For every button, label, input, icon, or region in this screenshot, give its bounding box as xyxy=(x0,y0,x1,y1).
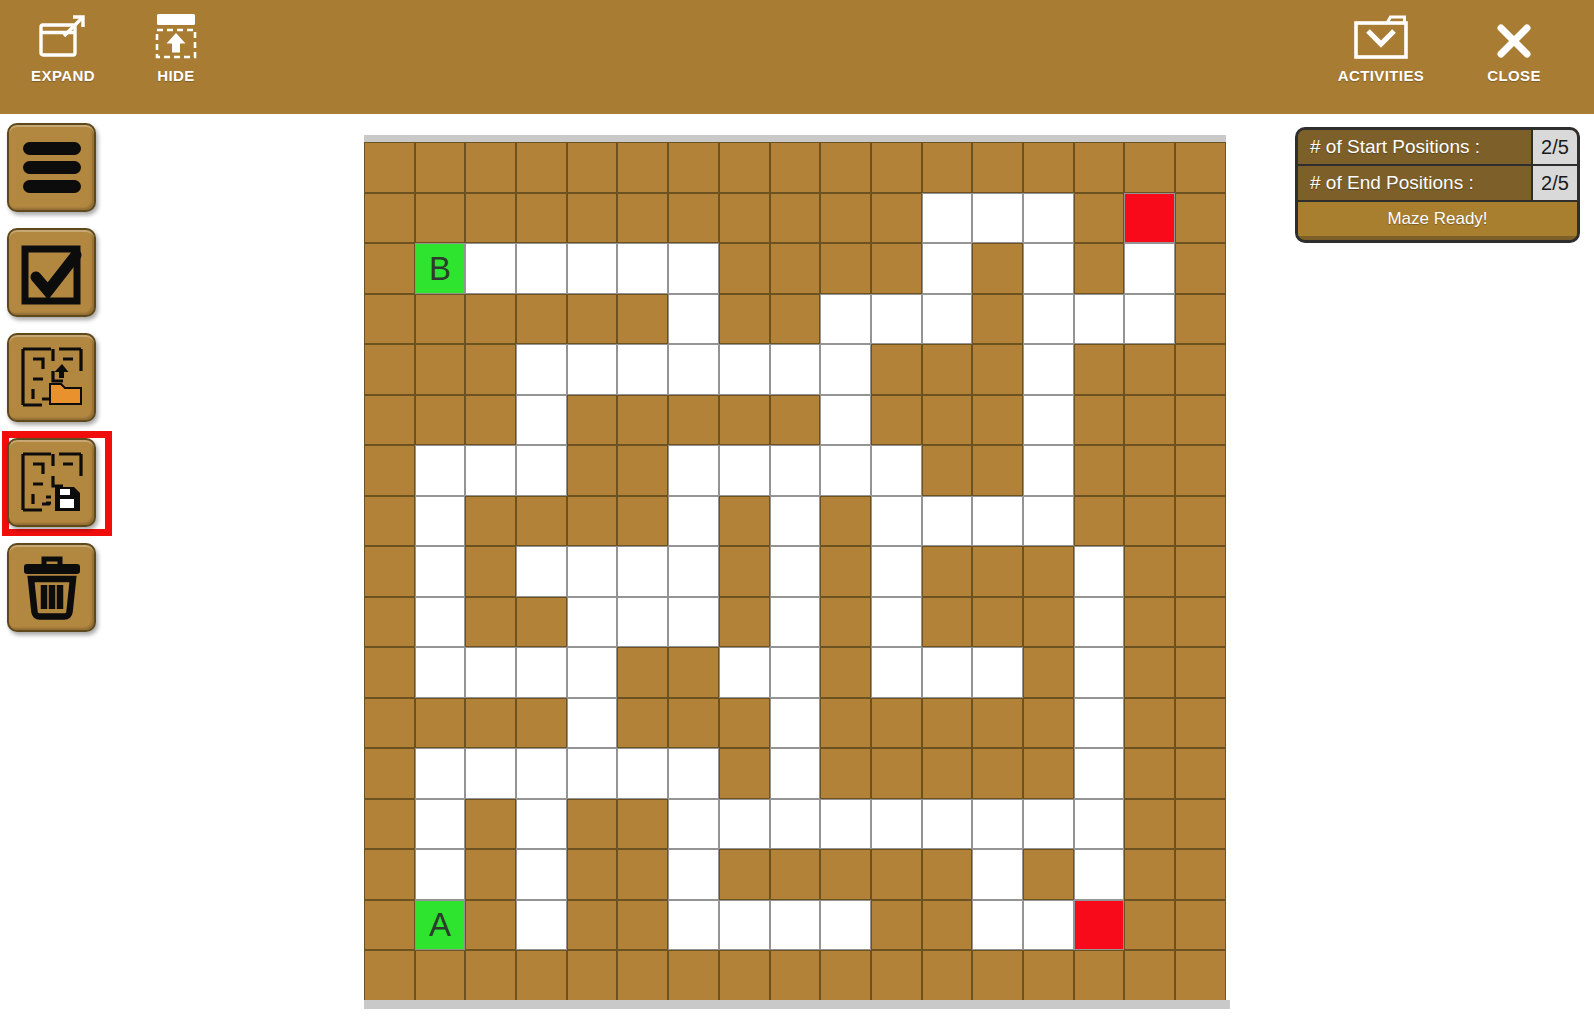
maze-cell-path[interactable] xyxy=(1074,748,1125,799)
maze-cell-wall[interactable] xyxy=(871,395,922,446)
maze-cell-wall[interactable] xyxy=(668,698,719,749)
maze-cell-wall[interactable] xyxy=(1124,395,1175,446)
maze-cell-wall[interactable] xyxy=(415,294,466,345)
maze-cell-wall[interactable] xyxy=(364,546,415,597)
maze-cell-path[interactable] xyxy=(770,647,821,698)
maze-cell-path[interactable] xyxy=(770,799,821,850)
maze-cell-wall[interactable] xyxy=(972,597,1023,648)
maze-cell-wall[interactable] xyxy=(1175,950,1226,1001)
maze-cell-wall[interactable] xyxy=(1175,647,1226,698)
maze-cell-path[interactable] xyxy=(567,546,618,597)
maze-cell-wall[interactable] xyxy=(1074,243,1125,294)
maze-cell-wall[interactable] xyxy=(364,799,415,850)
maze-cell-wall[interactable] xyxy=(922,698,973,749)
maze-cell-path[interactable] xyxy=(668,496,719,547)
maze-cell-wall[interactable] xyxy=(820,647,871,698)
maze-cell-wall[interactable] xyxy=(972,950,1023,1001)
maze-cell-wall[interactable] xyxy=(567,950,618,1001)
maze-cell-end[interactable] xyxy=(1124,193,1175,244)
maze-cell-path[interactable] xyxy=(871,496,922,547)
maze-cell-wall[interactable] xyxy=(1175,193,1226,244)
maze-cell-wall[interactable] xyxy=(364,647,415,698)
maze-cell-path[interactable] xyxy=(820,395,871,446)
maze-cell-path[interactable] xyxy=(922,243,973,294)
maze-cell-wall[interactable] xyxy=(1124,647,1175,698)
maze-cell-path[interactable] xyxy=(668,748,719,799)
maze-cell-wall[interactable] xyxy=(719,142,770,193)
maze-cell-wall[interactable] xyxy=(719,748,770,799)
maze-cell-wall[interactable] xyxy=(871,748,922,799)
maze-cell-path[interactable] xyxy=(770,748,821,799)
maze-cell-wall[interactable] xyxy=(1124,344,1175,395)
expand-button[interactable]: EXPAND xyxy=(20,12,106,84)
maze-cell-path[interactable] xyxy=(1023,243,1074,294)
maze-cell-wall[interactable] xyxy=(719,849,770,900)
maze-cell-wall[interactable] xyxy=(567,496,618,547)
maze-cell-wall[interactable] xyxy=(1175,344,1226,395)
maze-cell-path[interactable] xyxy=(871,647,922,698)
maze-cell-wall[interactable] xyxy=(364,445,415,496)
maze-cell-path[interactable] xyxy=(1074,849,1125,900)
maze-cell-path[interactable] xyxy=(516,900,567,951)
maze-cell-wall[interactable] xyxy=(668,950,719,1001)
maze-cell-path[interactable] xyxy=(770,496,821,547)
maze-cell-wall[interactable] xyxy=(1124,597,1175,648)
maze-cell-wall[interactable] xyxy=(617,950,668,1001)
maze-cell-wall[interactable] xyxy=(922,546,973,597)
maze-cell-path[interactable] xyxy=(516,395,567,446)
maze-cell-wall[interactable] xyxy=(516,142,567,193)
maze-cell-wall[interactable] xyxy=(972,445,1023,496)
maze-cell-path[interactable] xyxy=(972,849,1023,900)
maze-cell-path[interactable] xyxy=(1124,243,1175,294)
maze-cell-wall[interactable] xyxy=(617,698,668,749)
maze-cell-wall[interactable] xyxy=(1124,900,1175,951)
maze-cell-wall[interactable] xyxy=(1074,395,1125,446)
maze-cell-wall[interactable] xyxy=(820,193,871,244)
maze-cell-wall[interactable] xyxy=(364,243,415,294)
maze-cell-wall[interactable] xyxy=(871,142,922,193)
maze-cell-path[interactable] xyxy=(820,344,871,395)
maze-cell-wall[interactable] xyxy=(871,950,922,1001)
maze-cell-path[interactable] xyxy=(922,799,973,850)
maze-cell-wall[interactable] xyxy=(364,748,415,799)
maze-cell-wall[interactable] xyxy=(1175,496,1226,547)
maze-cell-path[interactable] xyxy=(1023,445,1074,496)
maze-cell-wall[interactable] xyxy=(820,698,871,749)
maze-cell-wall[interactable] xyxy=(770,243,821,294)
maze-cell-path[interactable] xyxy=(516,243,567,294)
maze-cell-wall[interactable] xyxy=(465,294,516,345)
maze-cell-wall[interactable] xyxy=(770,849,821,900)
maze-cell-wall[interactable] xyxy=(415,193,466,244)
maze-cell-wall[interactable] xyxy=(1175,849,1226,900)
maze-cell-path[interactable] xyxy=(465,647,516,698)
maze-cell-path[interactable] xyxy=(719,647,770,698)
maze-cell-wall[interactable] xyxy=(617,900,668,951)
menu-button[interactable] xyxy=(7,123,96,212)
maze-cell-path[interactable] xyxy=(820,900,871,951)
maze-cell-path[interactable] xyxy=(871,546,922,597)
maze-cell-path[interactable] xyxy=(770,698,821,749)
maze-cell-path[interactable] xyxy=(922,294,973,345)
maze-cell-wall[interactable] xyxy=(465,546,516,597)
maze-cell-path[interactable] xyxy=(820,445,871,496)
maze-cell-wall[interactable] xyxy=(465,950,516,1001)
maze-cell-wall[interactable] xyxy=(465,496,516,547)
maze-cell-path[interactable] xyxy=(1074,294,1125,345)
maze-cell-wall[interactable] xyxy=(1074,344,1125,395)
maze-cell-wall[interactable] xyxy=(1175,597,1226,648)
maze-cell-path[interactable] xyxy=(922,193,973,244)
maze-cell-path[interactable] xyxy=(465,243,516,294)
maze-cell-path[interactable] xyxy=(668,546,719,597)
maze-cell-path[interactable] xyxy=(567,647,618,698)
maze-cell-wall[interactable] xyxy=(567,445,618,496)
maze-cell-wall[interactable] xyxy=(364,698,415,749)
maze-cell-wall[interactable] xyxy=(922,344,973,395)
hide-button[interactable]: HIDE xyxy=(136,12,216,84)
maze-cell-path[interactable] xyxy=(770,546,821,597)
maze-cell-wall[interactable] xyxy=(820,496,871,547)
maze-cell-wall[interactable] xyxy=(415,142,466,193)
maze-cell-wall[interactable] xyxy=(719,294,770,345)
maze-cell-wall[interactable] xyxy=(871,900,922,951)
maze-cell-wall[interactable] xyxy=(972,748,1023,799)
maze-cell-wall[interactable] xyxy=(972,395,1023,446)
maze-cell-wall[interactable] xyxy=(820,142,871,193)
maze-cell-path[interactable] xyxy=(719,900,770,951)
maze-cell-wall[interactable] xyxy=(972,243,1023,294)
maze-cell-wall[interactable] xyxy=(972,698,1023,749)
maze-cell-wall[interactable] xyxy=(1124,799,1175,850)
maze-cell-wall[interactable] xyxy=(820,849,871,900)
maze-cell-path[interactable] xyxy=(516,647,567,698)
maze-cell-wall[interactable] xyxy=(719,546,770,597)
maze-cell-path[interactable] xyxy=(719,799,770,850)
maze-cell-path[interactable] xyxy=(567,344,618,395)
delete-maze-button[interactable] xyxy=(7,543,96,632)
maze-cell-wall[interactable] xyxy=(1175,395,1226,446)
maze-cell-start-a[interactable]: A xyxy=(415,900,466,951)
maze-cell-path[interactable] xyxy=(516,344,567,395)
maze-cell-wall[interactable] xyxy=(364,900,415,951)
maze-cell-wall[interactable] xyxy=(364,597,415,648)
maze-cell-wall[interactable] xyxy=(465,597,516,648)
maze-cell-wall[interactable] xyxy=(617,395,668,446)
maze-cell-wall[interactable] xyxy=(972,546,1023,597)
save-maze-button[interactable] xyxy=(7,438,96,527)
maze-cell-wall[interactable] xyxy=(415,344,466,395)
maze-cell-wall[interactable] xyxy=(364,294,415,345)
maze-cell-wall[interactable] xyxy=(617,294,668,345)
maze-cell-wall[interactable] xyxy=(465,799,516,850)
maze-cell-path[interactable] xyxy=(770,445,821,496)
maze-cell-wall[interactable] xyxy=(1124,496,1175,547)
maze-cell-path[interactable] xyxy=(617,344,668,395)
maze-cell-wall[interactable] xyxy=(719,193,770,244)
maze-cell-wall[interactable] xyxy=(668,395,719,446)
maze-cell-wall[interactable] xyxy=(617,445,668,496)
maze-cell-wall[interactable] xyxy=(1175,546,1226,597)
maze-cell-wall[interactable] xyxy=(668,193,719,244)
maze-cell-wall[interactable] xyxy=(1074,496,1125,547)
maze-cell-path[interactable] xyxy=(415,445,466,496)
maze-cell-path[interactable] xyxy=(972,496,1023,547)
maze-cell-wall[interactable] xyxy=(770,950,821,1001)
maze-cell-path[interactable] xyxy=(617,546,668,597)
maze-cell-path[interactable] xyxy=(1023,395,1074,446)
maze-cell-wall[interactable] xyxy=(871,344,922,395)
maze-cell-wall[interactable] xyxy=(617,647,668,698)
maze-cell-wall[interactable] xyxy=(567,193,618,244)
maze-cell-wall[interactable] xyxy=(922,142,973,193)
maze-cell-path[interactable] xyxy=(516,445,567,496)
maze-cell-wall[interactable] xyxy=(972,142,1023,193)
maze-cell-path[interactable] xyxy=(770,344,821,395)
maze-cell-wall[interactable] xyxy=(1124,445,1175,496)
maze-cell-wall[interactable] xyxy=(871,243,922,294)
maze-cell-path[interactable] xyxy=(567,698,618,749)
maze-cell-wall[interactable] xyxy=(516,496,567,547)
maze-cell-wall[interactable] xyxy=(1175,698,1226,749)
maze-cell-path[interactable] xyxy=(516,799,567,850)
maze-cell-wall[interactable] xyxy=(871,193,922,244)
maze-cell-wall[interactable] xyxy=(1023,142,1074,193)
maze-cell-wall[interactable] xyxy=(617,142,668,193)
maze-cell-path[interactable] xyxy=(972,799,1023,850)
maze-cell-path[interactable] xyxy=(770,597,821,648)
maze-cell-path[interactable] xyxy=(415,647,466,698)
select-mode-button[interactable] xyxy=(7,228,96,317)
maze-cell-path[interactable] xyxy=(972,647,1023,698)
maze-cell-path[interactable] xyxy=(871,597,922,648)
maze-cell-wall[interactable] xyxy=(820,950,871,1001)
maze-cell-wall[interactable] xyxy=(1074,950,1125,1001)
trash-icon xyxy=(22,555,82,621)
maze-cell-wall[interactable] xyxy=(415,395,466,446)
maze-cell-wall[interactable] xyxy=(770,193,821,244)
maze-cell-wall[interactable] xyxy=(871,698,922,749)
maze-cell-path[interactable] xyxy=(922,647,973,698)
maze-cell-path[interactable] xyxy=(668,243,719,294)
maze-cell-path[interactable] xyxy=(1074,647,1125,698)
maze-cell-path[interactable] xyxy=(1074,698,1125,749)
maze-cell-path[interactable] xyxy=(668,849,719,900)
maze-cell-wall[interactable] xyxy=(922,395,973,446)
maze-cell-path[interactable] xyxy=(1023,799,1074,850)
maze-cell-wall[interactable] xyxy=(364,849,415,900)
maze-cell-path[interactable] xyxy=(415,546,466,597)
maze-cell-path[interactable] xyxy=(871,799,922,850)
maze-cell-wall[interactable] xyxy=(1175,243,1226,294)
maze-cell-path[interactable] xyxy=(567,597,618,648)
maze-cell-wall[interactable] xyxy=(516,950,567,1001)
maze-cell-path[interactable] xyxy=(972,900,1023,951)
maze-cell-path[interactable] xyxy=(415,849,466,900)
maze-cell-wall[interactable] xyxy=(820,243,871,294)
maze-cell-wall[interactable] xyxy=(465,849,516,900)
maze-cell-path[interactable] xyxy=(1023,496,1074,547)
maze-cell-path[interactable] xyxy=(820,799,871,850)
maze-cell-path[interactable] xyxy=(516,849,567,900)
maze-cell-wall[interactable] xyxy=(516,294,567,345)
maze-cell-path[interactable] xyxy=(415,748,466,799)
maze-cell-path[interactable] xyxy=(1023,900,1074,951)
maze-cell-wall[interactable] xyxy=(922,748,973,799)
maze-cell-path[interactable] xyxy=(668,597,719,648)
maze-cell-path[interactable] xyxy=(922,496,973,547)
maze-cell-wall[interactable] xyxy=(364,395,415,446)
maze-cell-wall[interactable] xyxy=(1124,698,1175,749)
maze-cell-start-b[interactable]: B xyxy=(415,243,466,294)
maze-cell-wall[interactable] xyxy=(820,597,871,648)
maze-cell-wall[interactable] xyxy=(465,698,516,749)
maze-cell-wall[interactable] xyxy=(922,597,973,648)
maze-cell-wall[interactable] xyxy=(1074,445,1125,496)
maze-cell-path[interactable] xyxy=(415,496,466,547)
maze-cell-wall[interactable] xyxy=(1124,950,1175,1001)
maze-cell-wall[interactable] xyxy=(415,698,466,749)
maze-cell-wall[interactable] xyxy=(567,849,618,900)
maze-cell-wall[interactable] xyxy=(1175,799,1226,850)
maze-cell-path[interactable] xyxy=(972,193,1023,244)
maze-cell-wall[interactable] xyxy=(1175,445,1226,496)
maze-cell-path[interactable] xyxy=(871,294,922,345)
maze-cell-path[interactable] xyxy=(1074,597,1125,648)
maze-cell-wall[interactable] xyxy=(719,698,770,749)
maze-cell-path[interactable] xyxy=(617,243,668,294)
maze-cell-wall[interactable] xyxy=(1175,900,1226,951)
maze-cell-wall[interactable] xyxy=(668,142,719,193)
maze-cell-wall[interactable] xyxy=(871,849,922,900)
maze-cell-wall[interactable] xyxy=(719,950,770,1001)
maze-cell-wall[interactable] xyxy=(567,799,618,850)
maze-cell-wall[interactable] xyxy=(1175,294,1226,345)
maze-cell-path[interactable] xyxy=(1023,344,1074,395)
maze-cell-wall[interactable] xyxy=(465,900,516,951)
maze-cell-wall[interactable] xyxy=(516,597,567,648)
maze-cell-wall[interactable] xyxy=(1023,647,1074,698)
maze-cell-wall[interactable] xyxy=(972,294,1023,345)
maze-cell-wall[interactable] xyxy=(1124,546,1175,597)
maze-cell-wall[interactable] xyxy=(1074,193,1125,244)
maze-cell-end[interactable] xyxy=(1074,900,1125,951)
maze-cell-wall[interactable] xyxy=(1023,546,1074,597)
maze-cell-wall[interactable] xyxy=(465,395,516,446)
maze-cell-path[interactable] xyxy=(617,597,668,648)
maze-cell-path[interactable] xyxy=(516,748,567,799)
maze-cell-wall[interactable] xyxy=(1023,698,1074,749)
maze-cell-wall[interactable] xyxy=(1023,748,1074,799)
maze-cell-wall[interactable] xyxy=(1175,142,1226,193)
maze-cell-path[interactable] xyxy=(1124,294,1175,345)
maze-cell-wall[interactable] xyxy=(364,142,415,193)
maze-cell-wall[interactable] xyxy=(1124,142,1175,193)
maze-cell-path[interactable] xyxy=(1023,193,1074,244)
maze-cell-path[interactable] xyxy=(415,597,466,648)
maze-cell-wall[interactable] xyxy=(567,900,618,951)
maze-cell-wall[interactable] xyxy=(972,344,1023,395)
maze-cell-path[interactable] xyxy=(719,445,770,496)
maze-cell-wall[interactable] xyxy=(617,193,668,244)
maze-cell-path[interactable] xyxy=(567,243,618,294)
close-button[interactable]: CLOSE xyxy=(1474,12,1554,84)
maze-cell-wall[interactable] xyxy=(820,748,871,799)
maze-cell-path[interactable] xyxy=(668,445,719,496)
maze-cell-wall[interactable] xyxy=(415,950,466,1001)
maze-cell-wall[interactable] xyxy=(770,142,821,193)
maze-cell-wall[interactable] xyxy=(922,849,973,900)
maze-cell-wall[interactable] xyxy=(465,193,516,244)
maze-cell-path[interactable] xyxy=(668,294,719,345)
maze-cell-wall[interactable] xyxy=(1175,748,1226,799)
maze-cell-wall[interactable] xyxy=(617,496,668,547)
maze-cell-path[interactable] xyxy=(668,344,719,395)
maze-cell-wall[interactable] xyxy=(1023,950,1074,1001)
maze-cell-path[interactable] xyxy=(415,799,466,850)
maze-cell-wall[interactable] xyxy=(1124,748,1175,799)
maze-cell-wall[interactable] xyxy=(364,344,415,395)
maze-cell-wall[interactable] xyxy=(922,445,973,496)
maze-cell-path[interactable] xyxy=(567,748,618,799)
maze-cell-path[interactable] xyxy=(516,546,567,597)
maze-cell-wall[interactable] xyxy=(617,799,668,850)
maze-cell-path[interactable] xyxy=(1074,799,1125,850)
maze-cell-wall[interactable] xyxy=(668,647,719,698)
maze-cell-wall[interactable] xyxy=(516,193,567,244)
load-maze-button[interactable] xyxy=(7,333,96,422)
maze-cell-wall[interactable] xyxy=(1124,849,1175,900)
maze-cell-wall[interactable] xyxy=(617,849,668,900)
maze-cell-wall[interactable] xyxy=(820,546,871,597)
maze-cell-path[interactable] xyxy=(719,344,770,395)
maze-cell-wall[interactable] xyxy=(719,597,770,648)
maze-cell-wall[interactable] xyxy=(364,950,415,1001)
maze-cell-wall[interactable] xyxy=(465,142,516,193)
maze-cell-wall[interactable] xyxy=(770,294,821,345)
maze-cell-wall[interactable] xyxy=(364,496,415,547)
maze-cell-wall[interactable] xyxy=(516,698,567,749)
maze-cell-wall[interactable] xyxy=(465,344,516,395)
maze-cell-wall[interactable] xyxy=(567,294,618,345)
maze-cell-wall[interactable] xyxy=(719,395,770,446)
maze-cell-wall[interactable] xyxy=(1074,142,1125,193)
maze-cell-wall[interactable] xyxy=(719,243,770,294)
maze-cell-path[interactable] xyxy=(1023,294,1074,345)
maze-cell-wall[interactable] xyxy=(1023,849,1074,900)
maze-cell-path[interactable] xyxy=(820,294,871,345)
maze-cell-wall[interactable] xyxy=(770,395,821,446)
maze-cell-wall[interactable] xyxy=(719,496,770,547)
maze-cell-wall[interactable] xyxy=(364,193,415,244)
maze-cell-path[interactable] xyxy=(1074,546,1125,597)
maze-cell-wall[interactable] xyxy=(922,950,973,1001)
maze-cell-path[interactable] xyxy=(770,900,821,951)
maze-cell-path[interactable] xyxy=(871,445,922,496)
maze-cell-wall[interactable] xyxy=(567,395,618,446)
maze-cell-path[interactable] xyxy=(668,799,719,850)
maze-cell-path[interactable] xyxy=(465,445,516,496)
maze-cell-path[interactable] xyxy=(617,748,668,799)
activities-button[interactable]: ACTIVITIES xyxy=(1322,12,1440,84)
app-window: EXPAND HIDE xyxy=(0,0,1594,1016)
maze-cell-path[interactable] xyxy=(668,900,719,951)
maze-cell-path[interactable] xyxy=(465,748,516,799)
maze-cell-wall[interactable] xyxy=(567,142,618,193)
maze-cell-wall[interactable] xyxy=(1023,597,1074,648)
maze-cell-wall[interactable] xyxy=(922,900,973,951)
